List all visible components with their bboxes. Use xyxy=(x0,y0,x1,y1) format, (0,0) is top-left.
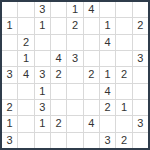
puzzle-cell[interactable]: 2 xyxy=(67,18,82,33)
puzzle-cell[interactable]: 1 xyxy=(100,67,115,82)
puzzle-cell[interactable] xyxy=(133,133,148,148)
puzzle-cell[interactable] xyxy=(51,35,66,50)
puzzle-cell[interactable] xyxy=(67,116,82,131)
puzzle-cell[interactable]: 2 xyxy=(51,116,66,131)
puzzle-cell[interactable] xyxy=(35,35,50,50)
puzzle-board: 31411212241433343221214232111243332 xyxy=(0,0,150,150)
puzzle-cell[interactable]: 2 xyxy=(2,100,17,115)
puzzle-cell[interactable] xyxy=(67,35,82,50)
puzzle-cell[interactable]: 4 xyxy=(51,51,66,66)
puzzle-cell[interactable] xyxy=(18,84,33,99)
puzzle-cell[interactable] xyxy=(116,2,131,17)
puzzle-cell[interactable] xyxy=(18,18,33,33)
puzzle-cell[interactable]: 3 xyxy=(133,116,148,131)
puzzle-cell[interactable] xyxy=(2,2,17,17)
puzzle-cell[interactable]: 1 xyxy=(35,116,50,131)
puzzle-cell[interactable]: 1 xyxy=(67,2,82,17)
puzzle-cell[interactable]: 3 xyxy=(67,51,82,66)
puzzle-cell[interactable] xyxy=(116,116,131,131)
puzzle-cell[interactable] xyxy=(18,116,33,131)
puzzle-cell[interactable]: 2 xyxy=(18,35,33,50)
puzzle-cell[interactable]: 1 xyxy=(2,116,17,131)
puzzle-cell[interactable] xyxy=(133,67,148,82)
puzzle-cell[interactable] xyxy=(51,100,66,115)
puzzle-cell[interactable] xyxy=(133,100,148,115)
puzzle-cell[interactable]: 4 xyxy=(84,2,99,17)
puzzle-cell[interactable]: 3 xyxy=(35,67,50,82)
puzzle-cell[interactable] xyxy=(51,84,66,99)
puzzle-cell[interactable] xyxy=(67,67,82,82)
puzzle-cell[interactable] xyxy=(116,18,131,33)
puzzle-cell[interactable] xyxy=(100,51,115,66)
puzzle-cell[interactable]: 4 xyxy=(100,84,115,99)
puzzle-cell[interactable] xyxy=(84,133,99,148)
puzzle-cell[interactable] xyxy=(133,84,148,99)
puzzle-cell[interactable] xyxy=(51,2,66,17)
puzzle-cell[interactable]: 4 xyxy=(18,67,33,82)
puzzle-cell[interactable] xyxy=(18,2,33,17)
puzzle-cell[interactable] xyxy=(67,84,82,99)
puzzle-cell[interactable]: 1 xyxy=(35,84,50,99)
puzzle-cell[interactable] xyxy=(35,133,50,148)
puzzle-cell[interactable]: 3 xyxy=(2,67,17,82)
puzzle-cell[interactable]: 3 xyxy=(2,133,17,148)
puzzle-cell[interactable] xyxy=(133,2,148,17)
puzzle-cell[interactable]: 3 xyxy=(133,51,148,66)
puzzle-cell[interactable]: 2 xyxy=(116,133,131,148)
puzzle-cell[interactable]: 1 xyxy=(116,100,131,115)
puzzle-cell[interactable] xyxy=(67,100,82,115)
puzzle-cell[interactable] xyxy=(51,18,66,33)
puzzle-cell[interactable] xyxy=(116,84,131,99)
puzzle-cell[interactable]: 3 xyxy=(100,133,115,148)
puzzle-cell[interactable]: 2 xyxy=(51,67,66,82)
puzzle-cell[interactable] xyxy=(100,116,115,131)
puzzle-cell[interactable]: 2 xyxy=(133,18,148,33)
puzzle-cell[interactable] xyxy=(2,51,17,66)
puzzle-cell[interactable]: 4 xyxy=(100,35,115,50)
puzzle-cell[interactable] xyxy=(84,84,99,99)
puzzle-cell[interactable] xyxy=(84,51,99,66)
puzzle-cell[interactable]: 4 xyxy=(84,116,99,131)
puzzle-cell[interactable] xyxy=(116,51,131,66)
puzzle-cell[interactable]: 1 xyxy=(100,18,115,33)
puzzle-cell[interactable] xyxy=(18,100,33,115)
puzzle-cell[interactable] xyxy=(35,51,50,66)
puzzle-cell[interactable] xyxy=(2,35,17,50)
puzzle-cell[interactable] xyxy=(133,35,148,50)
puzzle-cell[interactable] xyxy=(84,18,99,33)
puzzle-cell[interactable] xyxy=(18,133,33,148)
puzzle-cell[interactable]: 2 xyxy=(84,67,99,82)
puzzle-cell[interactable] xyxy=(84,100,99,115)
puzzle-cell[interactable] xyxy=(100,2,115,17)
puzzle-cell[interactable]: 2 xyxy=(100,100,115,115)
puzzle-cell[interactable] xyxy=(67,133,82,148)
puzzle-cell[interactable]: 1 xyxy=(18,51,33,66)
puzzle-cell[interactable] xyxy=(84,35,99,50)
puzzle-cell[interactable]: 1 xyxy=(35,18,50,33)
puzzle-cell[interactable]: 3 xyxy=(35,2,50,17)
puzzle-cell[interactable]: 2 xyxy=(116,67,131,82)
puzzle-cell[interactable] xyxy=(51,133,66,148)
puzzle-cell[interactable]: 1 xyxy=(2,18,17,33)
puzzle-cell[interactable] xyxy=(116,35,131,50)
puzzle-cell[interactable] xyxy=(2,84,17,99)
puzzle-cell[interactable]: 3 xyxy=(35,100,50,115)
